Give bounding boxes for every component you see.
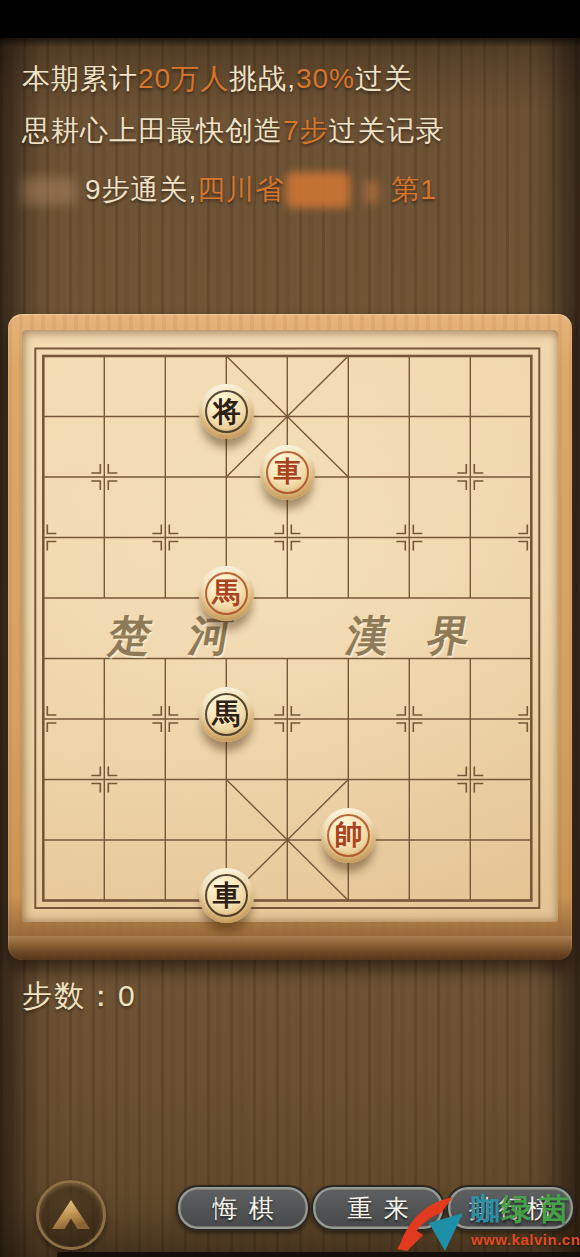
header-text: 20万人 bbox=[138, 63, 229, 94]
piece-glyph: 将 bbox=[213, 398, 241, 426]
chevron-up-icon bbox=[50, 1197, 92, 1233]
expand-button[interactable] bbox=[36, 1180, 106, 1250]
piece-glyph: 馬 bbox=[213, 700, 241, 728]
header-text: 第1 bbox=[391, 174, 437, 205]
undo-button[interactable]: 悔棋 bbox=[176, 1185, 310, 1231]
piece-glyph: 車 bbox=[213, 882, 241, 910]
header-text: 9步通关, bbox=[85, 174, 197, 205]
header-text: 过关记录 bbox=[329, 115, 445, 146]
home-indicator bbox=[57, 1252, 580, 1257]
header-text: 思耕心上田最快创造 bbox=[22, 115, 283, 146]
player-rank-line: 9步通关,四川省第1 bbox=[22, 172, 562, 208]
piece-red-chariot[interactable]: 車 bbox=[260, 445, 315, 500]
piece-red-horse[interactable]: 馬 bbox=[199, 566, 254, 621]
header-text: 挑战, bbox=[229, 63, 296, 94]
header-text: 本期累计 bbox=[22, 63, 138, 94]
record-holder-line: 思耕心上田最快创造7步过关记录 bbox=[22, 115, 562, 147]
xiangqi-board-frame: 楚 河楚 河漢 界漢 界 将車馬馬帥車 bbox=[8, 314, 572, 960]
piece-black-general[interactable]: 将 bbox=[199, 384, 254, 439]
xiangqi-board[interactable]: 楚 河楚 河漢 界漢 界 将車馬馬帥車 bbox=[22, 330, 558, 922]
header-text: 四川省 bbox=[197, 174, 284, 205]
step-counter-label: 步数： bbox=[22, 979, 118, 1012]
piece-glyph: 馬 bbox=[213, 579, 241, 607]
status-bar bbox=[0, 0, 580, 38]
step-counter: 步数：0 bbox=[22, 976, 137, 1017]
header-text: 过关 bbox=[355, 63, 413, 94]
restart-button[interactable]: 重来 bbox=[311, 1185, 445, 1231]
piece-layer: 将車馬馬帥車 bbox=[13, 326, 562, 931]
piece-black-horse[interactable]: 馬 bbox=[199, 687, 254, 742]
leaderboard-button[interactable]: 排行榜 bbox=[446, 1185, 575, 1231]
header-text: 7步 bbox=[283, 115, 329, 146]
censored-name bbox=[22, 177, 76, 205]
challenge-stats-line: 本期累计20万人挑战,30%过关 bbox=[22, 63, 562, 95]
piece-glyph: 車 bbox=[274, 458, 302, 486]
censored-small bbox=[364, 180, 379, 204]
step-counter-value: 0 bbox=[118, 979, 137, 1012]
piece-black-chariot[interactable]: 車 bbox=[199, 868, 254, 923]
header-text: 30% bbox=[296, 63, 355, 94]
watermark-url: www.kalvin.cn bbox=[471, 1231, 580, 1248]
piece-red-general[interactable]: 帥 bbox=[321, 808, 376, 863]
piece-glyph: 帥 bbox=[335, 821, 363, 849]
censored-region bbox=[286, 172, 350, 208]
